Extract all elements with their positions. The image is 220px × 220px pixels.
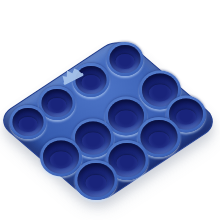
muffin-cup-floor	[116, 54, 135, 68]
muffin-cup	[10, 105, 47, 139]
muffin-cup-cavity	[141, 120, 177, 154]
muffin-cup-floor	[85, 175, 107, 192]
photo-canvas	[0, 0, 220, 220]
muffin-cup-floor	[48, 98, 67, 112]
muffin-cup-floor	[19, 117, 38, 131]
muffin-cup-cavity	[78, 163, 114, 197]
muffin-cup-floor	[149, 85, 170, 101]
muffin-cup-cavity	[109, 45, 140, 74]
muffin-cup	[107, 42, 144, 76]
muffin-cup-cavity	[108, 100, 143, 133]
muffin-cup-floor	[176, 109, 196, 125]
muffin-cup-floor	[50, 152, 71, 168]
muffin-cup-cavity	[12, 108, 43, 137]
muffin-cup-floor	[116, 155, 138, 172]
muffin-cup-floor	[148, 132, 170, 149]
muffin-cups-grid	[0, 0, 220, 220]
muffin-cup-cavity	[41, 89, 72, 118]
muffin-cup	[75, 160, 118, 200]
muffin-cup-cavity	[43, 141, 78, 174]
muffin-cup-floor	[82, 133, 103, 149]
muffin-cup-floor	[115, 111, 136, 127]
muffin-cup-floor	[82, 75, 101, 89]
